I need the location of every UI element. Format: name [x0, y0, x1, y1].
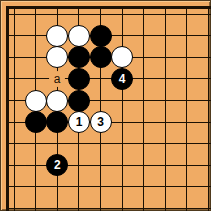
stone-white	[25, 90, 47, 112]
point-label-a: a	[49, 71, 65, 87]
stone-black-2: 2	[46, 154, 68, 176]
stone-black	[90, 25, 112, 47]
stone-white-3: 3	[90, 111, 112, 133]
grid-line-horizontal	[6, 208, 211, 209]
grid-line-vertical	[14, 6, 15, 211]
grid-line-vertical	[186, 6, 187, 211]
grid-line-vertical	[208, 6, 209, 211]
board-edge-left	[6, 6, 9, 211]
grid-line-horizontal	[6, 14, 211, 15]
grid-line-horizontal	[6, 78, 211, 79]
grid-line-horizontal	[6, 165, 211, 166]
stone-black	[68, 68, 90, 90]
stone-white	[46, 46, 68, 68]
stone-white	[111, 46, 133, 68]
grid-line-horizontal	[6, 186, 211, 187]
stone-white	[46, 25, 68, 47]
go-diagram: 4132a	[0, 0, 211, 211]
stone-black	[68, 46, 90, 68]
board-edge-top	[6, 6, 211, 9]
stone-black-4: 4	[111, 68, 133, 90]
stone-black	[90, 46, 112, 68]
grid-line-vertical	[165, 6, 166, 211]
stone-white-1: 1	[68, 111, 90, 133]
stone-white	[68, 25, 90, 47]
stone-black	[68, 90, 90, 112]
grid-line-vertical	[143, 6, 144, 211]
stone-black	[25, 111, 47, 133]
stone-white	[46, 90, 68, 112]
stone-black	[46, 111, 68, 133]
grid-line-horizontal	[6, 143, 211, 144]
grid-line-vertical	[122, 6, 123, 211]
